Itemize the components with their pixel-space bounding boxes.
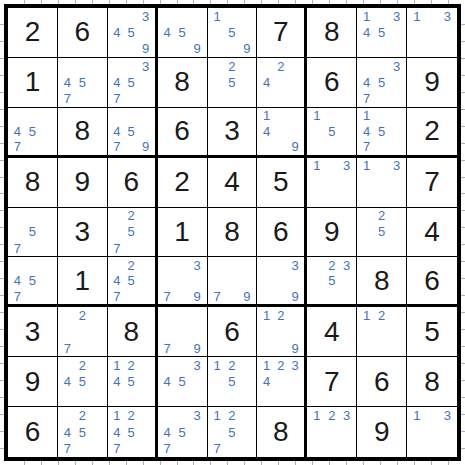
- candidate-digit: 3: [339, 257, 354, 273]
- solved-digit: 3: [224, 117, 240, 145]
- candidate-digit: 9: [138, 139, 152, 155]
- cell-r5c9[interactable]: 4: [407, 208, 457, 258]
- candidate-grid: 457: [8, 108, 57, 155]
- cell-r9c8[interactable]: 9: [357, 407, 407, 457]
- candidate-digit: 7: [110, 240, 124, 256]
- cell-r4c9[interactable]: 7: [407, 158, 457, 208]
- solved-digit: 8: [123, 318, 139, 346]
- solved-digit: 9: [75, 168, 91, 196]
- candidate-grid: 457: [58, 58, 107, 107]
- candidate-grid: 25: [357, 208, 406, 257]
- candidate-digit: 5: [124, 424, 138, 441]
- cell-r4c4[interactable]: 2: [158, 158, 208, 208]
- grid-tick-marks-bottom: [8, 461, 457, 465]
- cell-r4c2[interactable]: 9: [58, 158, 108, 208]
- solved-digit: 8: [224, 218, 240, 246]
- solved-digit: 3: [25, 318, 41, 346]
- cell-r6c3[interactable]: 2457: [108, 257, 158, 307]
- cell-r9c9[interactable]: 13: [407, 407, 457, 457]
- candidate-grid: 25: [208, 58, 257, 107]
- candidate-digit: 1: [309, 158, 324, 174]
- candidate-digit: 7: [210, 289, 225, 305]
- candidate-digit: 4: [110, 273, 124, 289]
- candidate-digit: 4: [10, 273, 25, 289]
- candidate-digit: 4: [259, 374, 273, 390]
- cell-r6c7[interactable]: 235: [307, 257, 357, 307]
- candidate-digit: 5: [225, 74, 240, 90]
- candidate-digit: 4: [160, 424, 175, 441]
- candidate-digit: 1: [259, 357, 273, 373]
- solved-digit: 2: [174, 168, 190, 196]
- candidate-digit: 5: [124, 374, 138, 390]
- candidate-digit: 2: [374, 307, 389, 323]
- candidate-digit: 1: [359, 307, 374, 323]
- candidate-digit: 4: [110, 424, 124, 441]
- candidate-digit: 9: [138, 41, 152, 57]
- candidate-digit: 1: [210, 357, 225, 373]
- candidate-grid: 79: [208, 257, 257, 304]
- candidate-digit: 5: [25, 224, 40, 240]
- cell-r7c8[interactable]: 12: [357, 307, 407, 357]
- candidate-digit: 2: [274, 357, 288, 373]
- candidate-digit: 3: [288, 257, 302, 273]
- candidate-digit: 3: [389, 8, 404, 24]
- candidate-digit: 7: [160, 440, 175, 457]
- candidate-digit: 2: [225, 357, 240, 373]
- candidate-digit: 7: [110, 440, 124, 457]
- solved-digit: 6: [324, 68, 340, 96]
- candidate-grid: 129: [257, 307, 304, 356]
- cell-r2c9[interactable]: 9: [407, 58, 457, 108]
- cell-r6c5[interactable]: 79: [208, 257, 258, 307]
- candidate-digit: 1: [309, 407, 324, 424]
- candidate-digit: 1: [359, 8, 374, 24]
- cell-r2c5[interactable]: 25: [208, 58, 258, 108]
- candidate-grid: 2457: [58, 407, 107, 457]
- solved-digit: 7: [273, 18, 289, 46]
- candidate-digit: 5: [124, 123, 138, 139]
- solved-digit: 8: [324, 18, 340, 46]
- candidate-grid: 459: [158, 8, 207, 57]
- candidate-digit: 2: [124, 208, 138, 224]
- candidate-grid: 3457: [357, 58, 406, 107]
- cell-r3c3[interactable]: 4579: [108, 108, 158, 158]
- cell-r4c3[interactable]: 6: [108, 158, 158, 208]
- candidate-digit: 4: [259, 74, 273, 90]
- candidate-grid: 57: [8, 208, 57, 257]
- cell-r4c7[interactable]: 13: [307, 158, 357, 208]
- cell-r5c2[interactable]: 3: [58, 208, 108, 258]
- candidate-digit: 3: [440, 407, 455, 424]
- candidate-digit: 4: [60, 424, 75, 441]
- candidate-grid: 1234: [257, 357, 304, 406]
- candidate-digit: 3: [389, 158, 404, 174]
- candidate-digit: 4: [359, 74, 374, 90]
- candidate-digit: 7: [359, 139, 374, 155]
- solved-digit: 6: [123, 168, 139, 196]
- cell-r7c3[interactable]: 8: [108, 307, 158, 357]
- candidate-digit: 2: [124, 357, 138, 373]
- candidate-digit: 3: [339, 158, 354, 174]
- candidate-digit: 3: [288, 357, 302, 373]
- cell-r1c9[interactable]: 13: [407, 8, 457, 58]
- candidate-digit: 4: [110, 374, 124, 390]
- candidate-grid: 15: [307, 108, 356, 155]
- cell-r9c1[interactable]: 6: [8, 407, 58, 457]
- candidate-digit: 2: [75, 407, 90, 424]
- cell-r3c5[interactable]: 3: [208, 108, 258, 158]
- cell-r2c4[interactable]: 8: [158, 58, 208, 108]
- candidate-digit: 5: [175, 424, 190, 441]
- candidate-grid: 1257: [208, 407, 257, 457]
- candidate-grid: 3457: [158, 407, 207, 457]
- cell-r9c7[interactable]: 123: [307, 407, 357, 457]
- candidate-digit: 9: [288, 139, 302, 155]
- candidate-digit: 5: [225, 24, 240, 40]
- cell-r5c4[interactable]: 1: [158, 208, 208, 258]
- cell-r5c6[interactable]: 6: [257, 208, 307, 258]
- candidate-digit: 7: [10, 139, 25, 155]
- grid-tick-marks-right: [461, 8, 465, 457]
- candidate-grid: 39: [257, 257, 304, 304]
- candidate-digit: 3: [339, 407, 354, 424]
- candidate-digit: 1: [359, 108, 374, 124]
- candidate-digit: 4: [10, 123, 25, 139]
- candidate-digit: 4: [160, 374, 175, 390]
- candidate-digit: 9: [190, 289, 205, 305]
- candidate-digit: 5: [124, 224, 138, 240]
- cell-r5c7[interactable]: 9: [307, 208, 357, 258]
- candidate-grid: 2457: [108, 257, 155, 304]
- candidate-grid: 235: [307, 257, 356, 304]
- candidate-digit: 5: [124, 24, 138, 40]
- candidate-digit: 7: [359, 90, 374, 106]
- candidate-digit: 5: [175, 24, 190, 40]
- candidate-grid: 79: [158, 307, 207, 356]
- cell-r8c8[interactable]: 6: [357, 357, 407, 407]
- cell-r4c1[interactable]: 8: [8, 158, 58, 208]
- cell-r8c6[interactable]: 1234: [257, 357, 307, 407]
- solved-digit: 8: [174, 68, 190, 96]
- cell-r2c7[interactable]: 6: [307, 58, 357, 108]
- candidate-grid: 13: [407, 407, 457, 457]
- candidate-digit: 2: [324, 257, 339, 273]
- solved-digit: 5: [273, 168, 289, 196]
- cell-r8c7[interactable]: 7: [307, 357, 357, 407]
- solved-digit: 2: [25, 18, 41, 46]
- candidate-digit: 2: [324, 407, 339, 424]
- candidate-digit: 1: [409, 407, 424, 424]
- solved-digit: 9: [424, 68, 440, 96]
- cell-r1c1[interactable]: 2: [8, 8, 58, 58]
- candidate-grid: 12: [357, 307, 406, 356]
- candidate-digit: 1: [110, 407, 124, 424]
- candidate-digit: 3: [190, 257, 205, 273]
- cell-r7c6[interactable]: 129: [257, 307, 307, 357]
- cell-r7c2[interactable]: 27: [58, 307, 108, 357]
- cell-r3c6[interactable]: 149: [257, 108, 307, 158]
- sudoku-board: 2634594591597813451314573457825246345794…: [0, 0, 465, 465]
- cell-r1c5[interactable]: 159: [208, 8, 258, 58]
- candidate-grid: 457: [8, 257, 57, 304]
- cell-r8c5[interactable]: 125: [208, 357, 258, 407]
- candidate-digit: 5: [374, 24, 389, 40]
- candidate-digit: 4: [160, 24, 175, 40]
- candidate-digit: 4: [110, 123, 124, 139]
- candidate-digit: 7: [10, 240, 25, 256]
- cell-r6c6[interactable]: 39: [257, 257, 307, 307]
- candidate-grid: 345: [158, 357, 207, 406]
- candidate-digit: 7: [110, 139, 124, 155]
- cell-r9c5[interactable]: 1257: [208, 407, 258, 457]
- cell-r3c4[interactable]: 6: [158, 108, 208, 158]
- candidate-grid: 3457: [108, 58, 155, 107]
- solved-digit: 6: [174, 117, 190, 145]
- cell-r6c2[interactable]: 1: [58, 257, 108, 307]
- candidate-grid: 257: [108, 208, 155, 257]
- candidate-digit: 5: [225, 374, 240, 390]
- solved-digit: 1: [75, 267, 91, 295]
- cell-r7c9[interactable]: 5: [407, 307, 457, 357]
- cell-r2c8[interactable]: 3457: [357, 58, 407, 108]
- cell-r9c6[interactable]: 8: [257, 407, 307, 457]
- solved-digit: 4: [424, 218, 440, 246]
- cell-r3c1[interactable]: 457: [8, 108, 58, 158]
- solved-digit: 9: [374, 418, 390, 446]
- candidate-digit: 4: [259, 123, 273, 139]
- cell-r1c3[interactable]: 3459: [108, 8, 158, 58]
- candidate-digit: 7: [160, 289, 175, 305]
- candidate-digit: 5: [25, 123, 40, 139]
- candidate-digit: 2: [75, 307, 90, 323]
- candidate-grid: 24: [257, 58, 304, 107]
- candidate-digit: 2: [124, 407, 138, 424]
- candidate-digit: 3: [389, 58, 404, 74]
- candidate-digit: 9: [288, 289, 302, 305]
- candidate-digit: 2: [274, 307, 288, 323]
- candidate-digit: 4: [60, 374, 75, 390]
- cell-r5c1[interactable]: 57: [8, 208, 58, 258]
- candidate-grid: 149: [257, 108, 304, 155]
- cell-r2c3[interactable]: 3457: [108, 58, 158, 108]
- candidate-digit: 9: [190, 340, 205, 356]
- candidate-digit: 2: [225, 407, 240, 424]
- solved-digit: 9: [324, 218, 340, 246]
- candidate-grid: 1345: [357, 8, 406, 57]
- candidate-digit: 1: [259, 108, 273, 124]
- candidate-digit: 4: [110, 24, 124, 40]
- solved-digit: 2: [424, 117, 440, 145]
- solved-digit: 6: [374, 368, 390, 396]
- candidate-digit: 4: [110, 74, 124, 90]
- cell-r1c2[interactable]: 6: [58, 8, 108, 58]
- candidate-grid: 1245: [108, 357, 155, 406]
- board-grid: 2634594591597813451314573457825246345794…: [4, 4, 461, 461]
- candidate-digit: 3: [138, 58, 152, 74]
- candidate-grid: 4579: [108, 108, 155, 155]
- candidate-digit: 2: [225, 58, 240, 74]
- candidate-grid: 12457: [108, 407, 155, 457]
- cell-r6c4[interactable]: 379: [158, 257, 208, 307]
- solved-digit: 5: [424, 318, 440, 346]
- candidate-digit: 5: [75, 424, 90, 441]
- solved-digit: 7: [324, 368, 340, 396]
- candidate-digit: 1: [359, 158, 374, 174]
- candidate-digit: 5: [374, 123, 389, 139]
- cell-r3c8[interactable]: 1457: [357, 108, 407, 158]
- solved-digit: 8: [374, 267, 390, 295]
- cell-r1c4[interactable]: 459: [158, 8, 208, 58]
- candidate-digit: 2: [374, 208, 389, 224]
- candidate-digit: 1: [309, 108, 324, 124]
- candidate-digit: 5: [124, 74, 138, 90]
- candidate-grid: 159: [208, 8, 257, 57]
- candidate-digit: 7: [60, 340, 75, 356]
- candidate-grid: 13: [407, 8, 457, 57]
- solved-digit: 8: [273, 418, 289, 446]
- candidate-grid: 123: [307, 407, 356, 457]
- candidate-digit: 7: [110, 90, 124, 106]
- candidate-digit: 4: [359, 123, 374, 139]
- candidate-digit: 5: [25, 273, 40, 289]
- candidate-digit: 2: [124, 257, 138, 273]
- cell-r3c9[interactable]: 2: [407, 108, 457, 158]
- cell-r2c6[interactable]: 24: [257, 58, 307, 108]
- candidate-digit: 7: [160, 340, 175, 356]
- candidate-digit: 1: [259, 307, 273, 323]
- cell-r8c9[interactable]: 8: [407, 357, 457, 407]
- candidate-digit: 5: [175, 374, 190, 390]
- candidate-digit: 9: [190, 41, 205, 57]
- candidate-digit: 2: [274, 58, 288, 74]
- solved-digit: 6: [273, 218, 289, 246]
- candidate-digit: 5: [75, 374, 90, 390]
- cell-r1c7[interactable]: 8: [307, 8, 357, 58]
- cell-r4c6[interactable]: 5: [257, 158, 307, 208]
- cell-r2c1[interactable]: 1: [8, 58, 58, 108]
- candidate-digit: 7: [60, 440, 75, 457]
- solved-digit: 6: [25, 418, 41, 446]
- candidate-digit: 7: [10, 289, 25, 305]
- cell-r5c3[interactable]: 257: [108, 208, 158, 258]
- cell-r8c1[interactable]: 9: [8, 357, 58, 407]
- candidate-digit: 5: [124, 273, 138, 289]
- cell-r8c4[interactable]: 345: [158, 357, 208, 407]
- cell-r9c4[interactable]: 3457: [158, 407, 208, 457]
- candidate-digit: 5: [374, 74, 389, 90]
- cell-r1c8[interactable]: 1345: [357, 8, 407, 58]
- candidate-digit: 5: [374, 224, 389, 240]
- cell-r7c1[interactable]: 3: [8, 307, 58, 357]
- cell-r4c8[interactable]: 13: [357, 158, 407, 208]
- candidate-grid: 27: [58, 307, 107, 356]
- candidate-digit: 3: [440, 8, 455, 24]
- cell-r8c2[interactable]: 245: [58, 357, 108, 407]
- solved-digit: 8: [25, 168, 41, 196]
- cell-r8c3[interactable]: 1245: [108, 357, 158, 407]
- cell-r7c4[interactable]: 79: [158, 307, 208, 357]
- candidate-digit: 4: [359, 24, 374, 40]
- solved-digit: 4: [224, 168, 240, 196]
- candidate-grid: 1457: [357, 108, 406, 155]
- cell-r9c3[interactable]: 12457: [108, 407, 158, 457]
- candidate-digit: 1: [210, 407, 225, 424]
- cell-r9c2[interactable]: 2457: [58, 407, 108, 457]
- candidate-digit: 1: [409, 8, 424, 24]
- candidate-digit: 7: [60, 90, 75, 106]
- cell-r7c7[interactable]: 4: [307, 307, 357, 357]
- solved-digit: 6: [224, 318, 240, 346]
- candidate-grid: 245: [58, 357, 107, 406]
- cell-r6c9[interactable]: 6: [407, 257, 457, 307]
- solved-digit: 8: [424, 368, 440, 396]
- cell-r2c2[interactable]: 457: [58, 58, 108, 108]
- candidate-digit: 5: [324, 273, 339, 289]
- candidate-grid: 125: [208, 357, 257, 406]
- candidate-digit: 3: [190, 357, 205, 373]
- candidate-digit: 4: [60, 74, 75, 90]
- solved-digit: 1: [25, 68, 41, 96]
- solved-digit: 8: [75, 117, 91, 145]
- cell-r5c8[interactable]: 25: [357, 208, 407, 258]
- cell-r3c2[interactable]: 8: [58, 108, 108, 158]
- candidate-digit: 7: [110, 289, 124, 305]
- candidate-grid: 13: [357, 158, 406, 207]
- candidate-grid: 3459: [108, 8, 155, 57]
- cell-r4c5[interactable]: 4: [208, 158, 258, 208]
- cell-r7c5[interactable]: 6: [208, 307, 258, 357]
- candidate-digit: 5: [225, 424, 240, 441]
- solved-digit: 3: [75, 218, 91, 246]
- solved-digit: 1: [174, 218, 190, 246]
- candidate-digit: 5: [324, 123, 339, 139]
- candidate-digit: 9: [288, 340, 302, 356]
- candidate-digit: 7: [210, 440, 225, 457]
- cell-r3c7[interactable]: 15: [307, 108, 357, 158]
- solved-digit: 6: [424, 267, 440, 295]
- candidate-digit: 1: [110, 357, 124, 373]
- cell-r6c8[interactable]: 8: [357, 257, 407, 307]
- candidate-grid: 13: [307, 158, 356, 207]
- candidate-digit: 5: [75, 74, 90, 90]
- candidate-digit: 3: [138, 8, 152, 24]
- candidate-digit: 9: [239, 41, 254, 57]
- candidate-digit: 9: [239, 289, 254, 305]
- cell-r5c5[interactable]: 8: [208, 208, 258, 258]
- cell-r1c6[interactable]: 7: [257, 8, 307, 58]
- candidate-digit: 3: [190, 407, 205, 424]
- cell-r6c1[interactable]: 457: [8, 257, 58, 307]
- candidate-digit: 2: [75, 357, 90, 373]
- solved-digit: 4: [324, 318, 340, 346]
- solved-digit: 7: [424, 168, 440, 196]
- solved-digit: 9: [25, 368, 41, 396]
- candidate-grid: 379: [158, 257, 207, 304]
- candidate-digit: 1: [210, 8, 225, 24]
- solved-digit: 6: [75, 18, 91, 46]
